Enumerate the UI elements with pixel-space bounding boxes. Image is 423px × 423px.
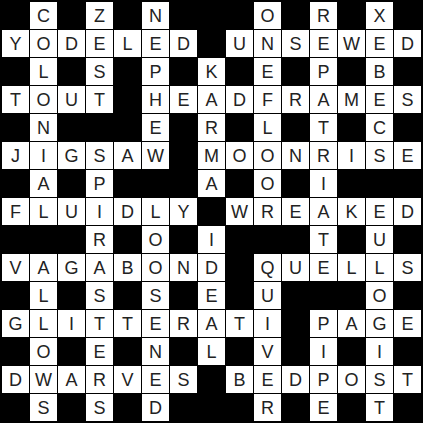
cell-r8c6[interactable]: L: [142, 198, 169, 225]
cell-r2c4[interactable]: E: [86, 30, 113, 57]
cell-r5c13-black: [338, 114, 365, 141]
cell-r3c12[interactable]: P: [310, 58, 337, 85]
cell-r8c10[interactable]: R: [254, 198, 281, 225]
cell-r3c10[interactable]: E: [254, 58, 281, 85]
cell-r9c8[interactable]: I: [198, 226, 225, 253]
cell-r7c1-black: [2, 170, 29, 197]
cell-r15c12[interactable]: E: [310, 394, 337, 421]
cell-r13c12[interactable]: I: [310, 338, 337, 365]
cell-r10c5[interactable]: B: [114, 254, 141, 281]
cell-r5c4-black: [86, 114, 113, 141]
cell-r8c8-black: [198, 198, 225, 225]
cell-r14c7[interactable]: S: [170, 366, 197, 393]
cell-r14c1[interactable]: D: [2, 366, 29, 393]
cell-r1c14[interactable]: X: [366, 2, 393, 29]
cell-r15c15-black: [394, 394, 421, 421]
cell-r1c3-black: [58, 2, 85, 29]
cell-r5c1-black: [2, 114, 29, 141]
cell-r9c6[interactable]: O: [142, 226, 169, 253]
cell-r5c6[interactable]: E: [142, 114, 169, 141]
cell-r15c6[interactable]: D: [142, 394, 169, 421]
cell-r11c9-black: [226, 282, 253, 309]
cell-r5c7-black: [170, 114, 197, 141]
cell-r2c14[interactable]: E: [366, 30, 393, 57]
cell-r13c6[interactable]: N: [142, 338, 169, 365]
cell-r9c15-black: [394, 226, 421, 253]
cell-r12c8[interactable]: A: [198, 310, 225, 337]
cell-r4c12[interactable]: A: [310, 86, 337, 113]
cell-r14c13[interactable]: O: [338, 366, 365, 393]
cell-r1c6[interactable]: N: [142, 2, 169, 29]
cell-r12c1[interactable]: G: [2, 310, 29, 337]
cell-r13c5-black: [114, 338, 141, 365]
cell-r9c11-black: [282, 226, 309, 253]
cell-r4c3[interactable]: U: [58, 86, 85, 113]
cell-r3c1-black: [2, 58, 29, 85]
cell-r9c7-black: [170, 226, 197, 253]
cell-r4c9[interactable]: D: [226, 86, 253, 113]
cell-r1c9-black: [226, 2, 253, 29]
cell-r11c15-black: [394, 282, 421, 309]
cell-r8c11[interactable]: E: [282, 198, 309, 225]
cell-r13c11-black: [282, 338, 309, 365]
cell-r8c9[interactable]: W: [226, 198, 253, 225]
cell-r11c4[interactable]: S: [86, 282, 113, 309]
cell-r3c5-black: [114, 58, 141, 85]
cell-r7c9-black: [226, 170, 253, 197]
cell-r8c12[interactable]: A: [310, 198, 337, 225]
cell-r12c12[interactable]: P: [310, 310, 337, 337]
cell-r9c5-black: [114, 226, 141, 253]
cell-r2c2[interactable]: O: [30, 30, 57, 57]
cell-r10c14[interactable]: L: [366, 254, 393, 281]
cell-r14c2[interactable]: W: [30, 366, 57, 393]
cell-r7c3-black: [58, 170, 85, 197]
cell-r5c15-black: [394, 114, 421, 141]
cell-r2c13[interactable]: W: [338, 30, 365, 57]
cell-r1c1-black: [2, 2, 29, 29]
cell-r3c14[interactable]: B: [366, 58, 393, 85]
cell-r7c11-black: [282, 170, 309, 197]
cell-r10c8[interactable]: D: [198, 254, 225, 281]
cell-r6c13[interactable]: I: [338, 142, 365, 169]
cell-r14c10[interactable]: E: [254, 366, 281, 393]
cell-r15c1-black: [2, 394, 29, 421]
cell-r5c3-black: [58, 114, 85, 141]
cell-r14c14[interactable]: S: [366, 366, 393, 393]
cell-r14c6[interactable]: E: [142, 366, 169, 393]
cell-r7c7-black: [170, 170, 197, 197]
cell-r5c11-black: [282, 114, 309, 141]
cell-r14c9[interactable]: B: [226, 366, 253, 393]
cell-r6c9[interactable]: O: [226, 142, 253, 169]
cell-r14c8-black: [198, 366, 225, 393]
cell-r10c7[interactable]: N: [170, 254, 197, 281]
cell-r7c13-black: [338, 170, 365, 197]
cell-r10c1[interactable]: V: [2, 254, 29, 281]
cell-r2c9[interactable]: U: [226, 30, 253, 57]
cell-r4c10[interactable]: F: [254, 86, 281, 113]
cell-r7c14-black: [366, 170, 393, 197]
cell-r6c1[interactable]: J: [2, 142, 29, 169]
cell-r8c4[interactable]: I: [86, 198, 113, 225]
cell-r7c6-black: [142, 170, 169, 197]
cell-r14c3[interactable]: A: [58, 366, 85, 393]
cell-r13c14[interactable]: I: [366, 338, 393, 365]
cell-r1c7-black: [170, 2, 197, 29]
cell-r1c4[interactable]: Z: [86, 2, 113, 29]
cell-r1c2[interactable]: C: [30, 2, 57, 29]
cell-r7c15-black: [394, 170, 421, 197]
cell-r3c7-black: [170, 58, 197, 85]
cell-r13c13-black: [338, 338, 365, 365]
cell-r15c13-black: [338, 394, 365, 421]
cell-r13c1-black: [2, 338, 29, 365]
cell-r5c10[interactable]: L: [254, 114, 281, 141]
cell-r12c10[interactable]: I: [254, 310, 281, 337]
cell-r5c9-black: [226, 114, 253, 141]
cell-r12c3[interactable]: I: [58, 310, 85, 337]
cell-r15c7-black: [170, 394, 197, 421]
cell-r10c10[interactable]: Q: [254, 254, 281, 281]
cell-r6c8[interactable]: M: [198, 142, 225, 169]
cell-r2c8-black: [198, 30, 225, 57]
crossword-grid: CZNORXYODELEDUNSEWEDLSPKEPBTOUTHEADFRAME…: [0, 0, 423, 423]
cell-r4c2[interactable]: O: [30, 86, 57, 113]
cell-r6c10[interactable]: O: [254, 142, 281, 169]
cell-r11c2[interactable]: L: [30, 282, 57, 309]
cell-r3c8[interactable]: K: [198, 58, 225, 85]
cell-r15c10[interactable]: R: [254, 394, 281, 421]
cell-r8c2[interactable]: L: [30, 198, 57, 225]
cell-r11c12-black: [310, 282, 337, 309]
cell-r10c11[interactable]: U: [282, 254, 309, 281]
cell-r12c9[interactable]: T: [226, 310, 253, 337]
cell-r13c10[interactable]: V: [254, 338, 281, 365]
cell-r2c15[interactable]: D: [394, 30, 421, 57]
cell-r1c15-black: [394, 2, 421, 29]
cell-r7c10[interactable]: O: [254, 170, 281, 197]
cell-r8c3[interactable]: U: [58, 198, 85, 225]
cell-r8c5[interactable]: D: [114, 198, 141, 225]
cell-r2c7[interactable]: D: [170, 30, 197, 57]
cell-r6c2[interactable]: I: [30, 142, 57, 169]
cell-r1c10[interactable]: O: [254, 2, 281, 29]
cell-r8c14[interactable]: E: [366, 198, 393, 225]
cell-r15c2[interactable]: S: [30, 394, 57, 421]
cell-r13c3-black: [58, 338, 85, 365]
cell-r8c13[interactable]: K: [338, 198, 365, 225]
cell-r10c12[interactable]: E: [310, 254, 337, 281]
cell-r1c5-black: [114, 2, 141, 29]
cell-r13c9-black: [226, 338, 253, 365]
cell-r12c4[interactable]: T: [86, 310, 113, 337]
cell-r3c2[interactable]: L: [30, 58, 57, 85]
cell-r4c7[interactable]: E: [170, 86, 197, 113]
cell-r12c14[interactable]: G: [366, 310, 393, 337]
cell-r2c5[interactable]: L: [114, 30, 141, 57]
cell-r5c14[interactable]: C: [366, 114, 393, 141]
cell-r6c6[interactable]: W: [142, 142, 169, 169]
cell-r4c15[interactable]: S: [394, 86, 421, 113]
cell-r3c13-black: [338, 58, 365, 85]
cell-r14c12[interactable]: P: [310, 366, 337, 393]
cell-r12c2[interactable]: L: [30, 310, 57, 337]
cell-r6c15[interactable]: E: [394, 142, 421, 169]
cell-r12c5[interactable]: T: [114, 310, 141, 337]
cell-r1c12[interactable]: R: [310, 2, 337, 29]
cell-r7c5-black: [114, 170, 141, 197]
cell-r9c12[interactable]: T: [310, 226, 337, 253]
cell-r10c4[interactable]: A: [86, 254, 113, 281]
cell-r3c4[interactable]: S: [86, 58, 113, 85]
cell-r15c3-black: [58, 394, 85, 421]
cell-r15c11-black: [282, 394, 309, 421]
cell-r3c3-black: [58, 58, 85, 85]
cell-r2c11[interactable]: S: [282, 30, 309, 57]
cell-r11c13-black: [338, 282, 365, 309]
cell-r14c15[interactable]: T: [394, 366, 421, 393]
cell-r11c14[interactable]: O: [366, 282, 393, 309]
cell-r4c8[interactable]: A: [198, 86, 225, 113]
cell-r5c12[interactable]: T: [310, 114, 337, 141]
cell-r2c10[interactable]: N: [254, 30, 281, 57]
cell-r15c5-black: [114, 394, 141, 421]
cell-r9c3-black: [58, 226, 85, 253]
cell-r1c13-black: [338, 2, 365, 29]
cell-r9c1-black: [2, 226, 29, 253]
cell-r11c10[interactable]: U: [254, 282, 281, 309]
cell-r8c7[interactable]: Y: [170, 198, 197, 225]
cell-r7c8[interactable]: A: [198, 170, 225, 197]
cell-r12c15[interactable]: E: [394, 310, 421, 337]
cell-r14c5[interactable]: V: [114, 366, 141, 393]
cell-r4c5-black: [114, 86, 141, 113]
cell-r6c5[interactable]: A: [114, 142, 141, 169]
cell-r10c6[interactable]: O: [142, 254, 169, 281]
cell-r10c15[interactable]: S: [394, 254, 421, 281]
cell-r6c11[interactable]: N: [282, 142, 309, 169]
cell-r11c1-black: [2, 282, 29, 309]
cell-r15c8-black: [198, 394, 225, 421]
cell-r5c5-black: [114, 114, 141, 141]
cell-r9c14[interactable]: U: [366, 226, 393, 253]
cell-r2c12[interactable]: E: [310, 30, 337, 57]
cell-r7c2[interactable]: A: [30, 170, 57, 197]
cell-r15c14[interactable]: T: [366, 394, 393, 421]
cell-r5c8[interactable]: R: [198, 114, 225, 141]
cell-r6c12[interactable]: R: [310, 142, 337, 169]
cell-r11c8[interactable]: E: [198, 282, 225, 309]
cell-r9c4[interactable]: R: [86, 226, 113, 253]
cell-r12c7[interactable]: R: [170, 310, 197, 337]
cell-r12c6[interactable]: E: [142, 310, 169, 337]
cell-r10c13[interactable]: L: [338, 254, 365, 281]
cell-r6c4[interactable]: S: [86, 142, 113, 169]
cell-r11c6[interactable]: S: [142, 282, 169, 309]
cell-r7c12[interactable]: I: [310, 170, 337, 197]
cell-r4c1[interactable]: T: [2, 86, 29, 113]
cell-r11c7-black: [170, 282, 197, 309]
cell-r15c9-black: [226, 394, 253, 421]
cell-r14c4[interactable]: R: [86, 366, 113, 393]
cell-r4c6[interactable]: H: [142, 86, 169, 113]
cell-r8c1[interactable]: F: [2, 198, 29, 225]
cell-r13c7-black: [170, 338, 197, 365]
cell-r13c4[interactable]: E: [86, 338, 113, 365]
cell-r7c4[interactable]: P: [86, 170, 113, 197]
cell-r3c9-black: [226, 58, 253, 85]
cell-r2c1[interactable]: Y: [2, 30, 29, 57]
cell-r1c8-black: [198, 2, 225, 29]
cell-r9c2-black: [30, 226, 57, 253]
cell-r5c2[interactable]: N: [30, 114, 57, 141]
cell-r4c13[interactable]: M: [338, 86, 365, 113]
cell-r9c13-black: [338, 226, 365, 253]
cell-r13c8[interactable]: L: [198, 338, 225, 365]
cell-r2c6[interactable]: E: [142, 30, 169, 57]
cell-r10c3[interactable]: G: [58, 254, 85, 281]
cell-r14c11[interactable]: D: [282, 366, 309, 393]
cell-r4c11[interactable]: R: [282, 86, 309, 113]
cell-r4c14[interactable]: E: [366, 86, 393, 113]
cell-r12c11-black: [282, 310, 309, 337]
cell-r6c14[interactable]: S: [366, 142, 393, 169]
cell-r6c3[interactable]: G: [58, 142, 85, 169]
cell-r11c11-black: [282, 282, 309, 309]
cell-r10c9-black: [226, 254, 253, 281]
cell-r13c15-black: [394, 338, 421, 365]
cell-r15c4[interactable]: S: [86, 394, 113, 421]
cell-r10c2[interactable]: A: [30, 254, 57, 281]
cell-r12c13[interactable]: A: [338, 310, 365, 337]
cell-r3c11-black: [282, 58, 309, 85]
cell-r4c4[interactable]: T: [86, 86, 113, 113]
cell-r9c9-black: [226, 226, 253, 253]
cell-r6c7-black: [170, 142, 197, 169]
cell-r11c5-black: [114, 282, 141, 309]
cell-r9c10-black: [254, 226, 281, 253]
cell-r3c6[interactable]: P: [142, 58, 169, 85]
cell-r3c15-black: [394, 58, 421, 85]
cell-r13c2[interactable]: O: [30, 338, 57, 365]
cell-r8c15[interactable]: D: [394, 198, 421, 225]
cell-r11c3-black: [58, 282, 85, 309]
cell-r2c3[interactable]: D: [58, 30, 85, 57]
cell-r1c11-black: [282, 2, 309, 29]
